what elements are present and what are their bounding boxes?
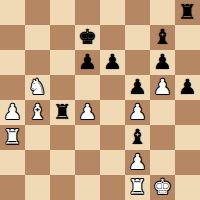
piece-white-pawn-d4: ♟ bbox=[78, 100, 97, 125]
piece-white-pawn-f4: ♟ bbox=[128, 100, 147, 125]
square-b3[interactable] bbox=[25, 125, 50, 150]
square-c7[interactable] bbox=[50, 25, 75, 50]
square-b5[interactable]: ♞ bbox=[25, 75, 50, 100]
square-a7[interactable] bbox=[0, 25, 25, 50]
square-f3[interactable]: ♝ bbox=[125, 125, 150, 150]
square-h3[interactable] bbox=[175, 125, 200, 150]
square-b6[interactable] bbox=[25, 50, 50, 75]
piece-black-rook-c4: ♜ bbox=[53, 100, 72, 125]
square-d6[interactable]: ♟ bbox=[75, 50, 100, 75]
square-c4[interactable]: ♜ bbox=[50, 100, 75, 125]
square-h2[interactable] bbox=[175, 150, 200, 175]
square-e2[interactable] bbox=[100, 150, 125, 175]
piece-white-rook-f1: ♜ bbox=[128, 175, 147, 200]
square-a2[interactable] bbox=[0, 150, 25, 175]
piece-white-rook-a3: ♜ bbox=[3, 125, 22, 150]
square-e5[interactable] bbox=[100, 75, 125, 100]
square-f1[interactable]: ♜ bbox=[125, 175, 150, 200]
square-g6[interactable]: ♟ bbox=[150, 50, 175, 75]
square-f8[interactable] bbox=[125, 0, 150, 25]
square-b7[interactable] bbox=[25, 25, 50, 50]
square-d7[interactable]: ♚ bbox=[75, 25, 100, 50]
piece-black-pawn-h5: ♟ bbox=[178, 75, 197, 100]
square-b8[interactable] bbox=[25, 0, 50, 25]
square-g5[interactable]: ♟ bbox=[150, 75, 175, 100]
piece-white-pawn-a4: ♟ bbox=[3, 100, 22, 125]
square-f4[interactable]: ♟ bbox=[125, 100, 150, 125]
square-c6[interactable] bbox=[50, 50, 75, 75]
square-f5[interactable]: ♟ bbox=[125, 75, 150, 100]
piece-black-king-d7: ♚ bbox=[78, 25, 97, 50]
square-c2[interactable] bbox=[50, 150, 75, 175]
square-d8[interactable] bbox=[75, 0, 100, 25]
piece-white-king-g1: ♚ bbox=[153, 175, 172, 200]
square-b2[interactable] bbox=[25, 150, 50, 175]
piece-white-knight-b5: ♞ bbox=[28, 75, 47, 100]
square-c1[interactable] bbox=[50, 175, 75, 200]
piece-black-pawn-e6: ♟ bbox=[103, 50, 122, 75]
square-f7[interactable] bbox=[125, 25, 150, 50]
square-c8[interactable] bbox=[50, 0, 75, 25]
square-c5[interactable] bbox=[50, 75, 75, 100]
square-h1[interactable] bbox=[175, 175, 200, 200]
square-b1[interactable] bbox=[25, 175, 50, 200]
piece-black-pawn-d6: ♟ bbox=[78, 50, 97, 75]
square-h4[interactable] bbox=[175, 100, 200, 125]
piece-black-bishop-f3: ♝ bbox=[128, 125, 147, 150]
square-h5[interactable]: ♟ bbox=[175, 75, 200, 100]
square-a1[interactable] bbox=[0, 175, 25, 200]
square-a8[interactable] bbox=[0, 0, 25, 25]
square-a6[interactable] bbox=[0, 50, 25, 75]
square-f2[interactable]: ♟ bbox=[125, 150, 150, 175]
square-e4[interactable] bbox=[100, 100, 125, 125]
square-a3[interactable]: ♜ bbox=[0, 125, 25, 150]
square-g1[interactable]: ♚ bbox=[150, 175, 175, 200]
square-d1[interactable] bbox=[75, 175, 100, 200]
piece-white-pawn-g5: ♟ bbox=[153, 75, 172, 100]
square-a4[interactable]: ♟ bbox=[0, 100, 25, 125]
square-e3[interactable] bbox=[100, 125, 125, 150]
square-h8[interactable]: ♜ bbox=[175, 0, 200, 25]
square-g2[interactable] bbox=[150, 150, 175, 175]
square-g3[interactable] bbox=[150, 125, 175, 150]
piece-black-rook-h8: ♜ bbox=[178, 0, 197, 25]
piece-white-bishop-b4: ♝ bbox=[28, 100, 47, 125]
square-g7[interactable]: ♝ bbox=[150, 25, 175, 50]
square-f6[interactable] bbox=[125, 50, 150, 75]
piece-black-pawn-f5: ♟ bbox=[128, 75, 147, 100]
square-e8[interactable] bbox=[100, 0, 125, 25]
square-d5[interactable] bbox=[75, 75, 100, 100]
square-g8[interactable] bbox=[150, 0, 175, 25]
square-d2[interactable] bbox=[75, 150, 100, 175]
square-e7[interactable] bbox=[100, 25, 125, 50]
square-b4[interactable]: ♝ bbox=[25, 100, 50, 125]
piece-black-bishop-g7: ♝ bbox=[153, 25, 172, 50]
square-d3[interactable] bbox=[75, 125, 100, 150]
piece-white-pawn-f2: ♟ bbox=[128, 150, 147, 175]
square-a5[interactable] bbox=[0, 75, 25, 100]
square-h6[interactable] bbox=[175, 50, 200, 75]
square-e6[interactable]: ♟ bbox=[100, 50, 125, 75]
square-d4[interactable]: ♟ bbox=[75, 100, 100, 125]
piece-black-pawn-g6: ♟ bbox=[153, 50, 172, 75]
square-g4[interactable] bbox=[150, 100, 175, 125]
square-h7[interactable] bbox=[175, 25, 200, 50]
square-e1[interactable] bbox=[100, 175, 125, 200]
chess-board: ♜♚♝♟♟♟♞♟♟♟♟♝♜♟♟♜♝♟♜♚ bbox=[0, 0, 200, 200]
square-c3[interactable] bbox=[50, 125, 75, 150]
